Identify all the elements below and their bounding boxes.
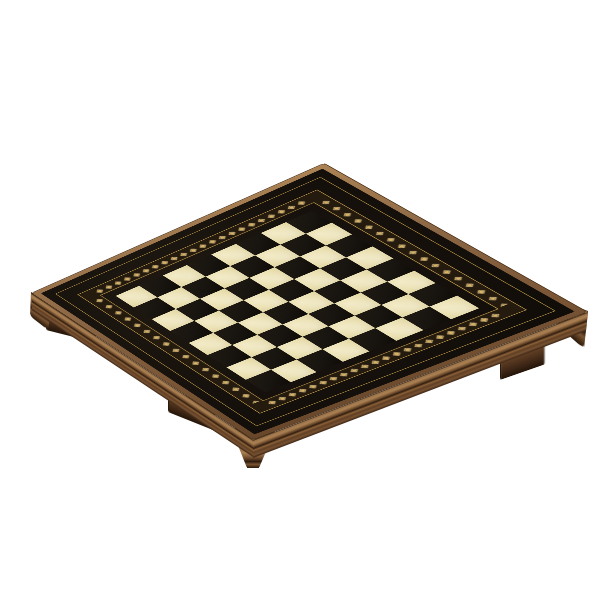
chess-board-top: ◈◈◈◈◈◈◈◈◈◈◈◈◈◈◈◈◈◈◈◈◈◈ ◈◈◈◈◈◈◈◈◈◈◈◈◈◈◈◈◈… bbox=[31, 163, 588, 440]
photo-background: { "game": "chess", "variant": "standard … bbox=[0, 0, 600, 600]
